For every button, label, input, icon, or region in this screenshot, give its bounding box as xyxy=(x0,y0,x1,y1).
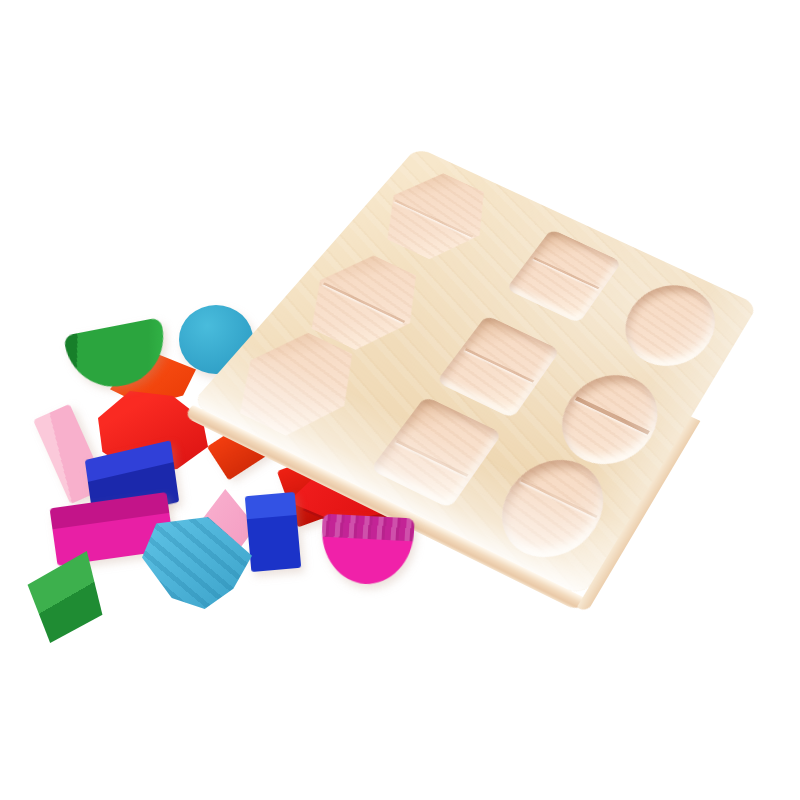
slot-r1-circle[interactable] xyxy=(608,272,731,380)
slot-r1-square[interactable] xyxy=(506,229,622,324)
product-photo-scene xyxy=(0,0,800,800)
recess-seam xyxy=(465,348,534,382)
slot-r3-square[interactable] xyxy=(370,396,502,509)
slot-r2-square[interactable] xyxy=(436,315,560,419)
recess-seam xyxy=(575,397,649,435)
recess-seam xyxy=(323,282,406,323)
piece-magenta-semicircle[interactable] xyxy=(319,514,414,587)
recess-seam xyxy=(533,257,599,289)
recess-seam xyxy=(521,479,598,518)
recess-seam xyxy=(394,200,473,238)
piece-royal-blue-cube[interactable] xyxy=(245,492,301,572)
recess-seam xyxy=(396,440,469,477)
slot-r1-hexagon[interactable] xyxy=(365,163,506,270)
